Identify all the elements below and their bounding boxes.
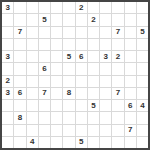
cell-r6c4-clue: 6 xyxy=(39,63,50,74)
cell-r5c1-clue: 3 xyxy=(2,51,13,62)
cell-r5c5[interactable] xyxy=(51,51,62,62)
cell-r5c3[interactable] xyxy=(27,51,38,62)
cell-r10c6[interactable] xyxy=(63,112,74,123)
cell-r12c7-clue: 5 xyxy=(76,137,87,148)
cell-r1c8[interactable] xyxy=(88,2,99,13)
cell-r9c6[interactable] xyxy=(63,100,74,111)
cell-r11c7[interactable] xyxy=(76,125,87,136)
cell-r9c12-clue: 4 xyxy=(137,100,148,111)
cell-r9c8-clue: 5 xyxy=(88,100,99,111)
cell-r5c2[interactable] xyxy=(14,51,25,62)
cell-r11c12[interactable] xyxy=(137,125,148,136)
cell-r6c5[interactable] xyxy=(51,63,62,74)
cell-r4c5[interactable] xyxy=(51,39,62,50)
cell-r6c2[interactable] xyxy=(14,63,25,74)
cell-r12c11[interactable] xyxy=(125,137,136,148)
cell-r3c11[interactable] xyxy=(125,27,136,38)
cell-r12c10[interactable] xyxy=(112,137,123,148)
cell-r6c9[interactable] xyxy=(100,63,111,74)
cell-r9c1[interactable] xyxy=(2,100,13,111)
cell-r11c11-clue: 7 xyxy=(125,125,136,136)
cell-r1c7-clue: 2 xyxy=(76,2,87,13)
cell-r3c6[interactable] xyxy=(63,27,74,38)
cell-r1c1-clue: 3 xyxy=(2,2,13,13)
cell-r12c2[interactable] xyxy=(14,137,25,148)
cell-r2c2[interactable] xyxy=(14,14,25,25)
cell-r10c3[interactable] xyxy=(27,112,38,123)
cell-r4c12[interactable] xyxy=(137,39,148,50)
cell-r2c6[interactable] xyxy=(63,14,74,25)
cell-r5c11[interactable] xyxy=(125,51,136,62)
cell-r6c7[interactable] xyxy=(76,63,87,74)
cell-r10c10[interactable] xyxy=(112,112,123,123)
cell-r7c8[interactable] xyxy=(88,76,99,87)
cell-r9c5[interactable] xyxy=(51,100,62,111)
cell-r12c8[interactable] xyxy=(88,137,99,148)
cell-r12c5[interactable] xyxy=(51,137,62,148)
cell-r11c1[interactable] xyxy=(2,125,13,136)
cell-r1c2[interactable] xyxy=(14,2,25,13)
cell-r8c12[interactable] xyxy=(137,88,148,99)
cell-r9c11-clue: 6 xyxy=(125,100,136,111)
cell-r6c10[interactable] xyxy=(112,63,123,74)
cell-r4c7[interactable] xyxy=(76,39,87,50)
cell-r7c5[interactable] xyxy=(51,76,62,87)
cell-r8c8[interactable] xyxy=(88,88,99,99)
cell-r4c4[interactable] xyxy=(39,39,50,50)
cell-r12c9[interactable] xyxy=(100,137,111,148)
cell-r3c7[interactable] xyxy=(76,27,87,38)
cell-r12c12[interactable] xyxy=(137,137,148,148)
cell-r3c2-clue: 7 xyxy=(14,27,25,38)
cell-r4c8[interactable] xyxy=(88,39,99,50)
cell-r4c3[interactable] xyxy=(27,39,38,50)
cell-r4c1[interactable] xyxy=(2,39,13,50)
cell-r9c2[interactable] xyxy=(14,100,25,111)
cell-r7c4[interactable] xyxy=(39,76,50,87)
cell-r5c6-clue: 5 xyxy=(63,51,74,62)
cell-r5c10-clue: 2 xyxy=(112,51,123,62)
cell-r11c4[interactable] xyxy=(39,125,50,136)
cell-r1c10[interactable] xyxy=(112,2,123,13)
cell-r10c8[interactable] xyxy=(88,112,99,123)
cell-r10c4[interactable] xyxy=(39,112,50,123)
cell-r4c6[interactable] xyxy=(63,39,74,50)
cell-r1c9[interactable] xyxy=(100,2,111,13)
cell-r2c8-clue: 2 xyxy=(88,14,99,25)
cell-r1c4[interactable] xyxy=(39,2,50,13)
cell-r12c4[interactable] xyxy=(39,137,50,148)
cell-r7c12[interactable] xyxy=(137,76,148,87)
cell-r10c5[interactable] xyxy=(51,112,62,123)
cell-r7c11[interactable] xyxy=(125,76,136,87)
cell-r6c6[interactable] xyxy=(63,63,74,74)
cell-r10c12[interactable] xyxy=(137,112,148,123)
cell-r10c7[interactable] xyxy=(76,112,87,123)
cell-r3c4[interactable] xyxy=(39,27,50,38)
cell-r10c11[interactable] xyxy=(125,112,136,123)
cell-r9c10[interactable] xyxy=(112,100,123,111)
cell-r3c12-clue: 5 xyxy=(137,27,148,38)
cell-r9c9[interactable] xyxy=(100,100,111,111)
cell-r6c3[interactable] xyxy=(27,63,38,74)
cell-r5c8[interactable] xyxy=(88,51,99,62)
cell-r1c6[interactable] xyxy=(63,2,74,13)
cell-r11c9[interactable] xyxy=(100,125,111,136)
cell-r5c12[interactable] xyxy=(137,51,148,62)
cell-r7c10[interactable] xyxy=(112,76,123,87)
cell-r10c2-clue: 8 xyxy=(14,112,25,123)
cell-r8c2-clue: 6 xyxy=(14,88,25,99)
cell-r7c1-clue: 2 xyxy=(2,76,13,87)
cell-r11c3[interactable] xyxy=(27,125,38,136)
cell-r2c1[interactable] xyxy=(2,14,13,25)
cell-r4c2[interactable] xyxy=(14,39,25,50)
cell-r3c9[interactable] xyxy=(100,27,111,38)
cell-r2c10[interactable] xyxy=(112,14,123,25)
cell-r4c9[interactable] xyxy=(100,39,111,50)
cell-r1c12[interactable] xyxy=(137,2,148,13)
cell-r9c3[interactable] xyxy=(27,100,38,111)
cell-r8c1-clue: 3 xyxy=(2,88,13,99)
cell-r7c3[interactable] xyxy=(27,76,38,87)
cell-r6c8[interactable] xyxy=(88,63,99,74)
cell-r8c9[interactable] xyxy=(100,88,111,99)
cell-r7c2[interactable] xyxy=(14,76,25,87)
cell-r8c6-clue: 8 xyxy=(63,88,74,99)
puzzle-board: 32527753563262367875648745 xyxy=(0,0,150,150)
cell-r10c1[interactable] xyxy=(2,112,13,123)
cell-r8c11[interactable] xyxy=(125,88,136,99)
cell-r11c5[interactable] xyxy=(51,125,62,136)
cell-r6c12[interactable] xyxy=(137,63,148,74)
cell-r4c11[interactable] xyxy=(125,39,136,50)
cell-r12c1[interactable] xyxy=(2,137,13,148)
cell-r7c6[interactable] xyxy=(63,76,74,87)
cell-r8c5[interactable] xyxy=(51,88,62,99)
cell-r2c9[interactable] xyxy=(100,14,111,25)
cell-r1c11[interactable] xyxy=(125,2,136,13)
cell-r6c1[interactable] xyxy=(2,63,13,74)
cell-r11c2[interactable] xyxy=(14,125,25,136)
cell-r2c7[interactable] xyxy=(76,14,87,25)
cell-r1c3[interactable] xyxy=(27,2,38,13)
cell-r2c11[interactable] xyxy=(125,14,136,25)
cell-r8c4-clue: 7 xyxy=(39,88,50,99)
cell-r5c7-clue: 6 xyxy=(76,51,87,62)
cell-r2c3[interactable] xyxy=(27,14,38,25)
cell-r4c10[interactable] xyxy=(112,39,123,50)
cell-r3c10-clue: 7 xyxy=(112,27,123,38)
cell-r3c5[interactable] xyxy=(51,27,62,38)
cell-r2c4-clue: 5 xyxy=(39,14,50,25)
cell-r12c3-clue: 4 xyxy=(27,137,38,148)
cell-r3c8[interactable] xyxy=(88,27,99,38)
cell-r10c9[interactable] xyxy=(100,112,111,123)
cell-r5c9-clue: 3 xyxy=(100,51,111,62)
cell-r8c7[interactable] xyxy=(76,88,87,99)
cell-r9c7[interactable] xyxy=(76,100,87,111)
cell-r7c9[interactable] xyxy=(100,76,111,87)
cell-r3c3[interactable] xyxy=(27,27,38,38)
cell-r12c6[interactable] xyxy=(63,137,74,148)
cell-r11c10[interactable] xyxy=(112,125,123,136)
cell-r11c6[interactable] xyxy=(63,125,74,136)
cell-r8c10-clue: 7 xyxy=(112,88,123,99)
cell-r9c4[interactable] xyxy=(39,100,50,111)
cell-r2c5[interactable] xyxy=(51,14,62,25)
cell-r1c5[interactable] xyxy=(51,2,62,13)
cell-r11c8[interactable] xyxy=(88,125,99,136)
cell-r2c12[interactable] xyxy=(137,14,148,25)
cell-r7c7[interactable] xyxy=(76,76,87,87)
cell-r5c4[interactable] xyxy=(39,51,50,62)
cell-r3c1[interactable] xyxy=(2,27,13,38)
cell-r6c11[interactable] xyxy=(125,63,136,74)
cell-r8c3[interactable] xyxy=(27,88,38,99)
